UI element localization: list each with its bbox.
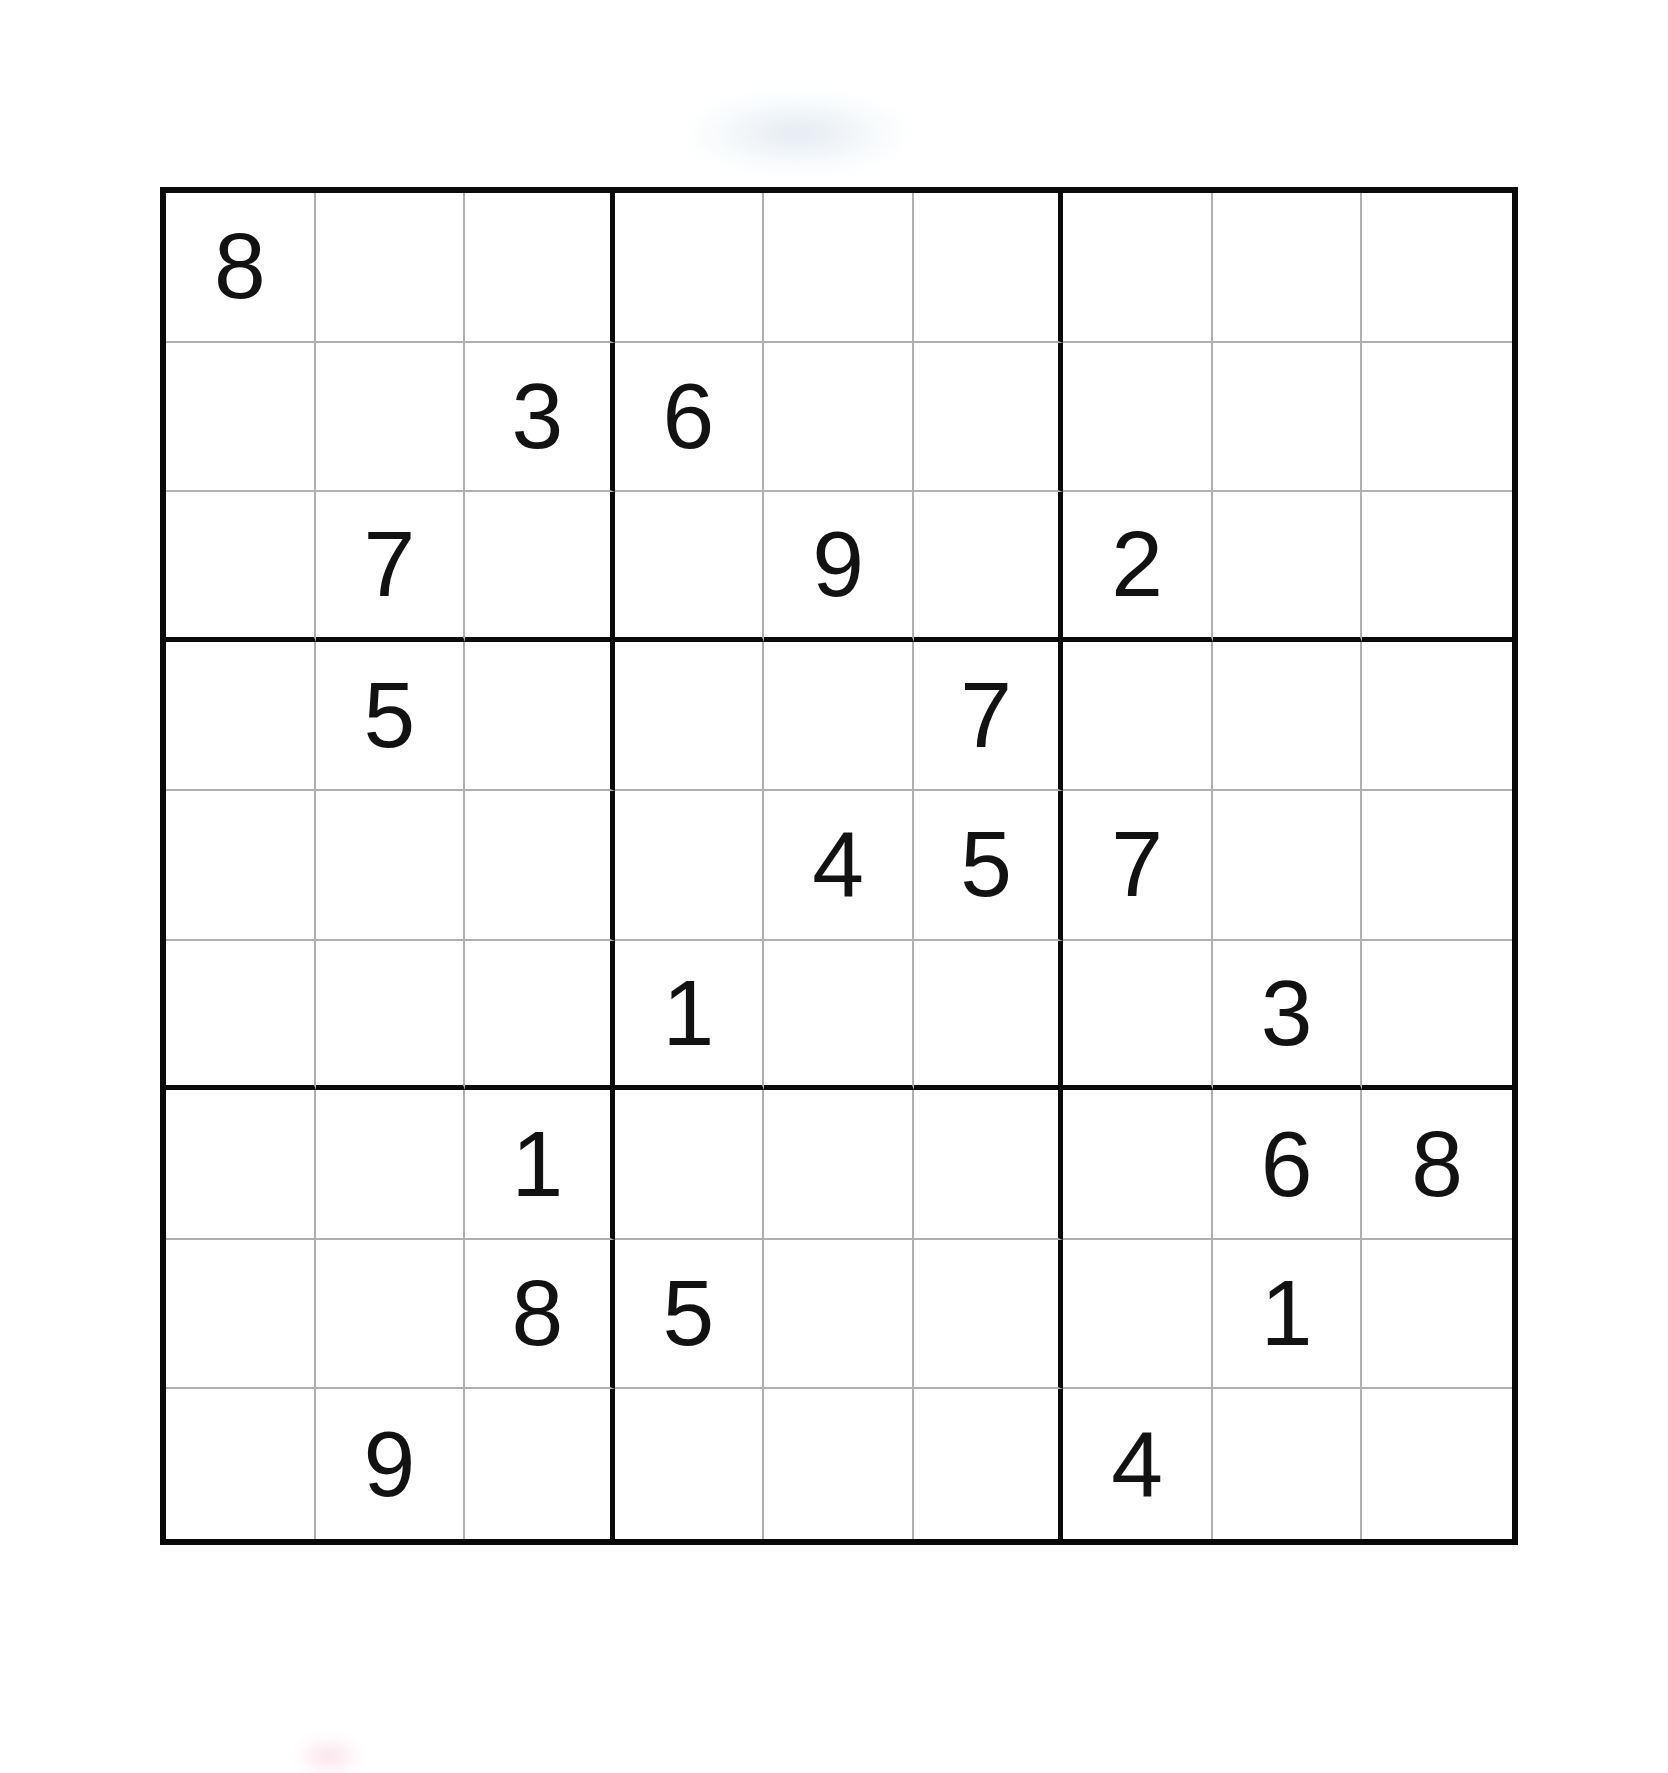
faint-smudge-artifact-bottom: [296, 1736, 362, 1773]
cell-r2c3[interactable]: 3: [465, 343, 615, 493]
cell-r3c7[interactable]: 2: [1063, 492, 1213, 642]
cell-r7c7[interactable]: [1063, 1090, 1213, 1240]
cell-r2c8[interactable]: [1213, 343, 1363, 493]
cell-r8c1[interactable]: [166, 1240, 316, 1390]
cell-r6c2[interactable]: [316, 941, 466, 1091]
cell-r1c1[interactable]: 8: [166, 193, 316, 343]
cell-r8c5[interactable]: [764, 1240, 914, 1390]
cell-r4c6[interactable]: 7: [914, 642, 1064, 792]
cell-r2c2[interactable]: [316, 343, 466, 493]
cell-r9c9[interactable]: [1362, 1389, 1512, 1539]
cell-r3c3[interactable]: [465, 492, 615, 642]
cell-r6c3[interactable]: [465, 941, 615, 1091]
cell-r3c1[interactable]: [166, 492, 316, 642]
cell-r3c4[interactable]: [615, 492, 765, 642]
cell-r4c5[interactable]: [764, 642, 914, 792]
cell-r3c8[interactable]: [1213, 492, 1363, 642]
cell-r7c4[interactable]: [615, 1090, 765, 1240]
cell-r7c8[interactable]: 6: [1213, 1090, 1363, 1240]
cell-r8c2[interactable]: [316, 1240, 466, 1390]
cell-r5c7[interactable]: 7: [1063, 791, 1213, 941]
cell-r8c3[interactable]: 8: [465, 1240, 615, 1390]
cell-r2c1[interactable]: [166, 343, 316, 493]
cell-r8c4[interactable]: 5: [615, 1240, 765, 1390]
cell-r2c4[interactable]: 6: [615, 343, 765, 493]
cell-r4c9[interactable]: [1362, 642, 1512, 792]
cell-r5c6[interactable]: 5: [914, 791, 1064, 941]
cell-r9c8[interactable]: [1213, 1389, 1363, 1539]
cell-r5c4[interactable]: [615, 791, 765, 941]
cell-r9c7[interactable]: 4: [1063, 1389, 1213, 1539]
cell-r7c1[interactable]: [166, 1090, 316, 1240]
cell-r9c6[interactable]: [914, 1389, 1064, 1539]
cell-r1c2[interactable]: [316, 193, 466, 343]
cell-r6c9[interactable]: [1362, 941, 1512, 1091]
cell-r2c6[interactable]: [914, 343, 1064, 493]
cell-r6c8[interactable]: 3: [1213, 941, 1363, 1091]
faint-smudge-artifact-top: [688, 92, 908, 174]
cell-r8c6[interactable]: [914, 1240, 1064, 1390]
cell-r1c7[interactable]: [1063, 193, 1213, 343]
cell-r8c8[interactable]: 1: [1213, 1240, 1363, 1390]
cell-r9c5[interactable]: [764, 1389, 914, 1539]
cell-r1c4[interactable]: [615, 193, 765, 343]
cell-r3c5[interactable]: 9: [764, 492, 914, 642]
cell-r8c9[interactable]: [1362, 1240, 1512, 1390]
cell-r2c5[interactable]: [764, 343, 914, 493]
cell-r4c7[interactable]: [1063, 642, 1213, 792]
cell-r4c1[interactable]: [166, 642, 316, 792]
cell-r8c7[interactable]: [1063, 1240, 1213, 1390]
cell-r2c9[interactable]: [1362, 343, 1512, 493]
cell-r3c9[interactable]: [1362, 492, 1512, 642]
cell-r5c9[interactable]: [1362, 791, 1512, 941]
cell-r5c3[interactable]: [465, 791, 615, 941]
cell-r6c7[interactable]: [1063, 941, 1213, 1091]
cell-r6c1[interactable]: [166, 941, 316, 1091]
cell-r3c2[interactable]: 7: [316, 492, 466, 642]
cell-r9c2[interactable]: 9: [316, 1389, 466, 1539]
cell-r5c1[interactable]: [166, 791, 316, 941]
cell-r5c5[interactable]: 4: [764, 791, 914, 941]
cell-r7c5[interactable]: [764, 1090, 914, 1240]
cell-r7c3[interactable]: 1: [465, 1090, 615, 1240]
cell-r4c3[interactable]: [465, 642, 615, 792]
cell-r7c6[interactable]: [914, 1090, 1064, 1240]
cell-r4c8[interactable]: [1213, 642, 1363, 792]
cell-r4c4[interactable]: [615, 642, 765, 792]
cell-r1c5[interactable]: [764, 193, 914, 343]
cell-r2c7[interactable]: [1063, 343, 1213, 493]
cell-r6c5[interactable]: [764, 941, 914, 1091]
sudoku-board: 836792574571316885194: [160, 187, 1518, 1545]
cell-r7c2[interactable]: [316, 1090, 466, 1240]
cell-r1c8[interactable]: [1213, 193, 1363, 343]
cell-r1c6[interactable]: [914, 193, 1064, 343]
cell-r9c4[interactable]: [615, 1389, 765, 1539]
cell-r5c8[interactable]: [1213, 791, 1363, 941]
cell-r3c6[interactable]: [914, 492, 1064, 642]
cell-r4c2[interactable]: 5: [316, 642, 466, 792]
cell-r7c9[interactable]: 8: [1362, 1090, 1512, 1240]
cell-r6c4[interactable]: 1: [615, 941, 765, 1091]
cell-r5c2[interactable]: [316, 791, 466, 941]
cell-r9c3[interactable]: [465, 1389, 615, 1539]
cell-r1c9[interactable]: [1362, 193, 1512, 343]
cell-r6c6[interactable]: [914, 941, 1064, 1091]
cell-r9c1[interactable]: [166, 1389, 316, 1539]
cell-r1c3[interactable]: [465, 193, 615, 343]
